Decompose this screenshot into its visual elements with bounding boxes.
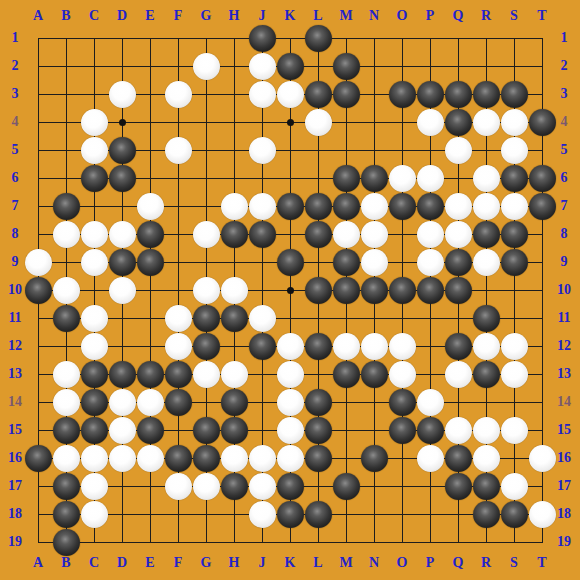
stone-white-T16 (529, 445, 556, 472)
stone-black-H11 (221, 305, 248, 332)
stone-black-Q12 (445, 333, 472, 360)
stone-white-G8 (193, 221, 220, 248)
col-label-bottom-C: C (81, 555, 107, 571)
stone-black-M10 (333, 277, 360, 304)
row-label-left-8: 8 (2, 226, 28, 242)
row-label-left-15: 15 (2, 422, 28, 438)
stone-white-F5 (165, 137, 192, 164)
stone-white-K16 (277, 445, 304, 472)
stone-white-S13 (501, 361, 528, 388)
stone-black-M6 (333, 165, 360, 192)
col-label-bottom-H: H (221, 555, 247, 571)
stone-white-K13 (277, 361, 304, 388)
stone-white-B8 (53, 221, 80, 248)
stone-white-H16 (221, 445, 248, 472)
stone-black-L1 (305, 25, 332, 52)
col-label-bottom-E: E (137, 555, 163, 571)
stone-white-C12 (81, 333, 108, 360)
stone-black-E9 (137, 249, 164, 276)
col-label-bottom-L: L (305, 555, 331, 571)
stone-black-C14 (81, 389, 108, 416)
row-label-right-15: 15 (551, 422, 577, 438)
stone-black-K9 (277, 249, 304, 276)
stone-black-R18 (473, 501, 500, 528)
col-label-bottom-B: B (53, 555, 79, 571)
stone-white-P9 (417, 249, 444, 276)
stone-white-J16 (249, 445, 276, 472)
col-label-bottom-N: N (361, 555, 387, 571)
stone-black-R8 (473, 221, 500, 248)
stone-black-J12 (249, 333, 276, 360)
col-label-top-B: B (53, 8, 79, 24)
stone-white-S15 (501, 417, 528, 444)
row-label-left-4: 4 (2, 114, 28, 130)
stone-black-A16 (25, 445, 52, 472)
col-label-bottom-P: P (417, 555, 443, 571)
stone-white-N8 (361, 221, 388, 248)
stone-white-P16 (417, 445, 444, 472)
row-label-left-5: 5 (2, 142, 28, 158)
stone-black-L7 (305, 193, 332, 220)
col-label-top-G: G (193, 8, 219, 24)
stone-white-P4 (417, 109, 444, 136)
stone-black-D13 (109, 361, 136, 388)
stone-black-O14 (389, 389, 416, 416)
stone-black-O7 (389, 193, 416, 220)
stone-black-E15 (137, 417, 164, 444)
stone-white-L4 (305, 109, 332, 136)
stone-white-R9 (473, 249, 500, 276)
stone-black-F16 (165, 445, 192, 472)
stone-black-B17 (53, 473, 80, 500)
stone-white-E7 (137, 193, 164, 220)
stone-white-N12 (361, 333, 388, 360)
col-label-top-Q: Q (445, 8, 471, 24)
stone-black-K17 (277, 473, 304, 500)
stone-white-N7 (361, 193, 388, 220)
stone-white-G2 (193, 53, 220, 80)
col-label-top-H: H (221, 8, 247, 24)
stone-black-B11 (53, 305, 80, 332)
stone-white-S7 (501, 193, 528, 220)
stone-black-R13 (473, 361, 500, 388)
stone-white-B14 (53, 389, 80, 416)
stone-white-K14 (277, 389, 304, 416)
stone-black-H15 (221, 417, 248, 444)
stone-black-N16 (361, 445, 388, 472)
stone-black-Q4 (445, 109, 472, 136)
col-label-bottom-R: R (473, 555, 499, 571)
stone-black-O3 (389, 81, 416, 108)
stone-white-J3 (249, 81, 276, 108)
stone-white-F17 (165, 473, 192, 500)
col-label-top-N: N (361, 8, 387, 24)
stone-black-O10 (389, 277, 416, 304)
stone-white-G13 (193, 361, 220, 388)
row-label-left-17: 17 (2, 478, 28, 494)
stone-white-C17 (81, 473, 108, 500)
stone-white-P14 (417, 389, 444, 416)
col-label-bottom-O: O (389, 555, 415, 571)
stone-white-E16 (137, 445, 164, 472)
stone-white-D16 (109, 445, 136, 472)
stone-black-G15 (193, 417, 220, 444)
stone-white-A9 (25, 249, 52, 276)
col-label-bottom-Q: Q (445, 555, 471, 571)
stone-white-J11 (249, 305, 276, 332)
stone-black-B7 (53, 193, 80, 220)
col-label-bottom-T: T (529, 555, 555, 571)
star-point-D4 (119, 119, 126, 126)
stone-white-J2 (249, 53, 276, 80)
row-label-left-13: 13 (2, 366, 28, 382)
stone-black-T6 (529, 165, 556, 192)
stone-white-O13 (389, 361, 416, 388)
go-board[interactable]: AA11BB22CC33DD44EE55FF66GG77HH88JJ99KK10… (0, 0, 580, 580)
col-label-top-P: P (417, 8, 443, 24)
stone-black-B15 (53, 417, 80, 444)
stone-black-Q17 (445, 473, 472, 500)
stone-white-D15 (109, 417, 136, 444)
row-label-right-10: 10 (551, 282, 577, 298)
row-label-left-14: 14 (2, 394, 28, 410)
stone-black-K2 (277, 53, 304, 80)
row-label-right-11: 11 (551, 310, 577, 326)
col-label-bottom-M: M (333, 555, 359, 571)
stone-black-C15 (81, 417, 108, 444)
row-label-right-14: 14 (551, 394, 577, 410)
stone-black-F14 (165, 389, 192, 416)
row-label-left-1: 1 (2, 30, 28, 46)
stone-white-O12 (389, 333, 416, 360)
stone-white-B16 (53, 445, 80, 472)
col-label-bottom-K: K (277, 555, 303, 571)
stone-black-L15 (305, 417, 332, 444)
stone-black-Q9 (445, 249, 472, 276)
stone-black-S18 (501, 501, 528, 528)
stone-white-C8 (81, 221, 108, 248)
stone-black-T4 (529, 109, 556, 136)
stone-black-K7 (277, 193, 304, 220)
stone-black-N10 (361, 277, 388, 304)
stone-black-L16 (305, 445, 332, 472)
col-label-top-F: F (165, 8, 191, 24)
row-label-left-6: 6 (2, 170, 28, 186)
stone-white-O6 (389, 165, 416, 192)
stone-black-J1 (249, 25, 276, 52)
stone-white-D10 (109, 277, 136, 304)
stone-white-R16 (473, 445, 500, 472)
stone-black-C6 (81, 165, 108, 192)
stone-white-P6 (417, 165, 444, 192)
stone-black-D5 (109, 137, 136, 164)
stone-black-M3 (333, 81, 360, 108)
col-label-bottom-A: A (25, 555, 51, 571)
stone-black-L18 (305, 501, 332, 528)
stone-white-J17 (249, 473, 276, 500)
stone-black-P3 (417, 81, 444, 108)
col-label-top-A: A (25, 8, 51, 24)
stone-black-J8 (249, 221, 276, 248)
stone-black-M2 (333, 53, 360, 80)
stone-white-S5 (501, 137, 528, 164)
stone-black-H14 (221, 389, 248, 416)
stone-black-D6 (109, 165, 136, 192)
stone-black-P10 (417, 277, 444, 304)
col-label-bottom-G: G (193, 555, 219, 571)
stone-black-E13 (137, 361, 164, 388)
stone-white-T18 (529, 501, 556, 528)
stone-black-O15 (389, 417, 416, 444)
stone-white-J7 (249, 193, 276, 220)
stone-white-H10 (221, 277, 248, 304)
col-label-bottom-F: F (165, 555, 191, 571)
stone-black-C13 (81, 361, 108, 388)
stone-black-G12 (193, 333, 220, 360)
stone-white-D14 (109, 389, 136, 416)
row-label-left-11: 11 (2, 310, 28, 326)
row-label-right-5: 5 (551, 142, 577, 158)
stone-black-T7 (529, 193, 556, 220)
stone-black-G16 (193, 445, 220, 472)
stone-black-M17 (333, 473, 360, 500)
row-label-left-12: 12 (2, 338, 28, 354)
stone-white-R6 (473, 165, 500, 192)
stone-black-M13 (333, 361, 360, 388)
stone-white-G17 (193, 473, 220, 500)
row-label-right-13: 13 (551, 366, 577, 382)
stone-white-B10 (53, 277, 80, 304)
row-label-right-3: 3 (551, 86, 577, 102)
stone-black-L12 (305, 333, 332, 360)
col-label-bottom-D: D (109, 555, 135, 571)
stone-white-C4 (81, 109, 108, 136)
col-label-top-O: O (389, 8, 415, 24)
stone-black-F13 (165, 361, 192, 388)
stone-black-S3 (501, 81, 528, 108)
row-label-left-7: 7 (2, 198, 28, 214)
stone-black-S6 (501, 165, 528, 192)
stone-black-G11 (193, 305, 220, 332)
row-label-right-2: 2 (551, 58, 577, 74)
stone-black-Q3 (445, 81, 472, 108)
stone-white-M12 (333, 333, 360, 360)
col-label-top-M: M (333, 8, 359, 24)
stone-white-P8 (417, 221, 444, 248)
stone-black-Q16 (445, 445, 472, 472)
stone-white-R12 (473, 333, 500, 360)
row-label-right-8: 8 (551, 226, 577, 242)
row-label-right-1: 1 (551, 30, 577, 46)
stone-white-Q15 (445, 417, 472, 444)
stone-white-K3 (277, 81, 304, 108)
col-label-bottom-J: J (249, 555, 275, 571)
row-label-left-2: 2 (2, 58, 28, 74)
stone-white-E14 (137, 389, 164, 416)
stone-white-Q7 (445, 193, 472, 220)
stone-black-K18 (277, 501, 304, 528)
row-label-right-19: 19 (551, 534, 577, 550)
star-point-K10 (287, 287, 294, 294)
stone-black-L14 (305, 389, 332, 416)
stone-black-R17 (473, 473, 500, 500)
col-label-top-D: D (109, 8, 135, 24)
row-label-left-18: 18 (2, 506, 28, 522)
stone-black-P15 (417, 417, 444, 444)
stone-white-K15 (277, 417, 304, 444)
stone-white-C16 (81, 445, 108, 472)
stone-white-C5 (81, 137, 108, 164)
stone-black-H17 (221, 473, 248, 500)
col-label-top-R: R (473, 8, 499, 24)
stone-white-R4 (473, 109, 500, 136)
grid-line-h-19 (38, 542, 543, 543)
stone-black-A10 (25, 277, 52, 304)
stone-black-R11 (473, 305, 500, 332)
stone-white-J5 (249, 137, 276, 164)
col-label-top-C: C (81, 8, 107, 24)
stone-white-F11 (165, 305, 192, 332)
stone-black-N13 (361, 361, 388, 388)
stone-black-B18 (53, 501, 80, 528)
stone-white-H7 (221, 193, 248, 220)
stone-white-D3 (109, 81, 136, 108)
row-label-right-9: 9 (551, 254, 577, 270)
star-point-K4 (287, 119, 294, 126)
col-label-top-S: S (501, 8, 527, 24)
stone-black-S8 (501, 221, 528, 248)
stone-black-H8 (221, 221, 248, 248)
grid-line-h-11 (38, 318, 543, 319)
stone-white-R15 (473, 417, 500, 444)
row-label-left-3: 3 (2, 86, 28, 102)
stone-white-Q8 (445, 221, 472, 248)
col-label-top-E: E (137, 8, 163, 24)
stone-black-N6 (361, 165, 388, 192)
stone-white-F12 (165, 333, 192, 360)
row-label-right-12: 12 (551, 338, 577, 354)
col-label-top-J: J (249, 8, 275, 24)
stone-black-E8 (137, 221, 164, 248)
stone-black-L3 (305, 81, 332, 108)
stone-black-M7 (333, 193, 360, 220)
stone-white-J18 (249, 501, 276, 528)
stone-white-S17 (501, 473, 528, 500)
stone-white-F3 (165, 81, 192, 108)
stone-white-C9 (81, 249, 108, 276)
stone-white-S12 (501, 333, 528, 360)
stone-white-K12 (277, 333, 304, 360)
stone-white-C18 (81, 501, 108, 528)
col-label-top-T: T (529, 8, 555, 24)
stone-white-R7 (473, 193, 500, 220)
col-label-top-K: K (277, 8, 303, 24)
stone-black-D9 (109, 249, 136, 276)
stone-white-G10 (193, 277, 220, 304)
stone-white-N9 (361, 249, 388, 276)
stone-white-C11 (81, 305, 108, 332)
stone-black-Q10 (445, 277, 472, 304)
stone-black-M9 (333, 249, 360, 276)
stone-white-Q13 (445, 361, 472, 388)
stone-white-S4 (501, 109, 528, 136)
stone-black-R3 (473, 81, 500, 108)
stone-black-B19 (53, 529, 80, 556)
stone-black-L10 (305, 277, 332, 304)
stone-black-L8 (305, 221, 332, 248)
stone-black-S9 (501, 249, 528, 276)
stone-white-Q5 (445, 137, 472, 164)
stone-white-H13 (221, 361, 248, 388)
row-label-left-19: 19 (2, 534, 28, 550)
stone-white-M8 (333, 221, 360, 248)
row-label-right-17: 17 (551, 478, 577, 494)
stone-white-B13 (53, 361, 80, 388)
stone-white-D8 (109, 221, 136, 248)
stone-black-P7 (417, 193, 444, 220)
col-label-top-L: L (305, 8, 331, 24)
col-label-bottom-S: S (501, 555, 527, 571)
